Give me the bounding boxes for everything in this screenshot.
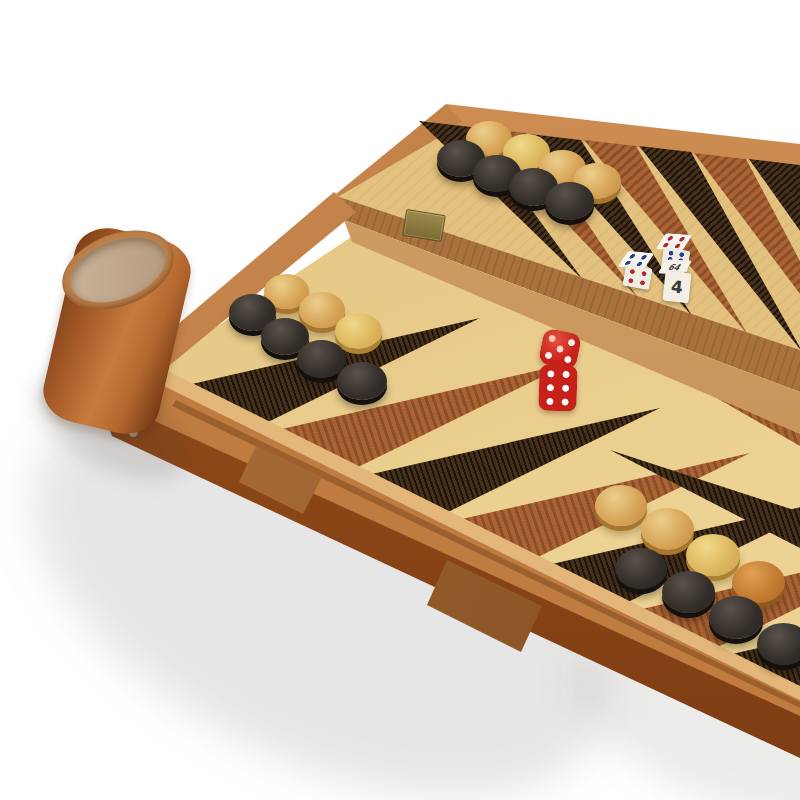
checker-dark[interactable]: [545, 182, 594, 220]
checker-light[interactable]: [595, 485, 647, 526]
checker-dark[interactable]: [615, 548, 667, 589]
red-die-six[interactable]: [538, 364, 578, 411]
checker-gold[interactable]: [335, 313, 382, 349]
checker-dark[interactable]: [337, 362, 387, 400]
doubling-cube-front[interactable]: 4: [663, 271, 692, 304]
checker-dark[interactable]: [709, 596, 763, 639]
checker-gold[interactable]: [686, 534, 740, 576]
white-die-1-front[interactable]: [622, 264, 652, 290]
checker-dark[interactable]: [297, 340, 346, 378]
checker-light[interactable]: [641, 508, 694, 550]
backgammon-photo-scene: 64 4: [0, 0, 800, 800]
checker-dark[interactable]: [662, 571, 715, 613]
